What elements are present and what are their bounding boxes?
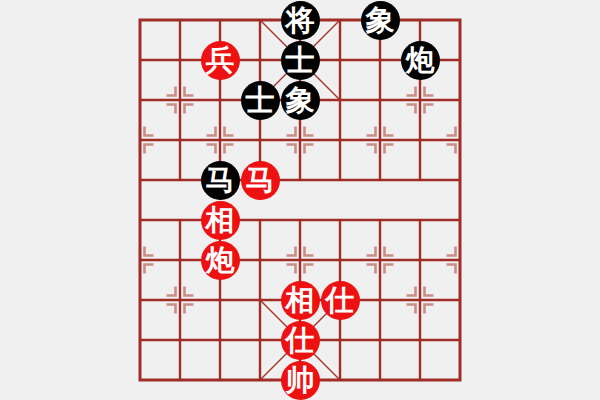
red-advisor[interactable]: 仕 xyxy=(281,321,320,360)
black-advisor[interactable]: 士 xyxy=(241,81,280,120)
black-horse[interactable]: 马 xyxy=(201,161,240,200)
black-general[interactable]: 将 xyxy=(281,1,320,40)
black-cannon[interactable]: 炮 xyxy=(401,41,440,80)
red-advisor[interactable]: 仕 xyxy=(321,281,360,320)
black-elephant[interactable]: 象 xyxy=(281,81,320,120)
red-cannon[interactable]: 炮 xyxy=(201,241,240,280)
red-general[interactable]: 帅 xyxy=(281,361,320,400)
red-horse[interactable]: 马 xyxy=(241,161,280,200)
red-pawn[interactable]: 兵 xyxy=(201,41,240,80)
red-elephant[interactable]: 相 xyxy=(281,281,320,320)
black-elephant[interactable]: 象 xyxy=(361,1,400,40)
red-elephant[interactable]: 相 xyxy=(201,201,240,240)
black-advisor[interactable]: 士 xyxy=(281,41,320,80)
board-intersections: 将象兵士炮士象马马相炮相仕仕帅 xyxy=(120,0,480,400)
xiangqi-board: 将象兵士炮士象马马相炮相仕仕帅 xyxy=(0,0,600,400)
